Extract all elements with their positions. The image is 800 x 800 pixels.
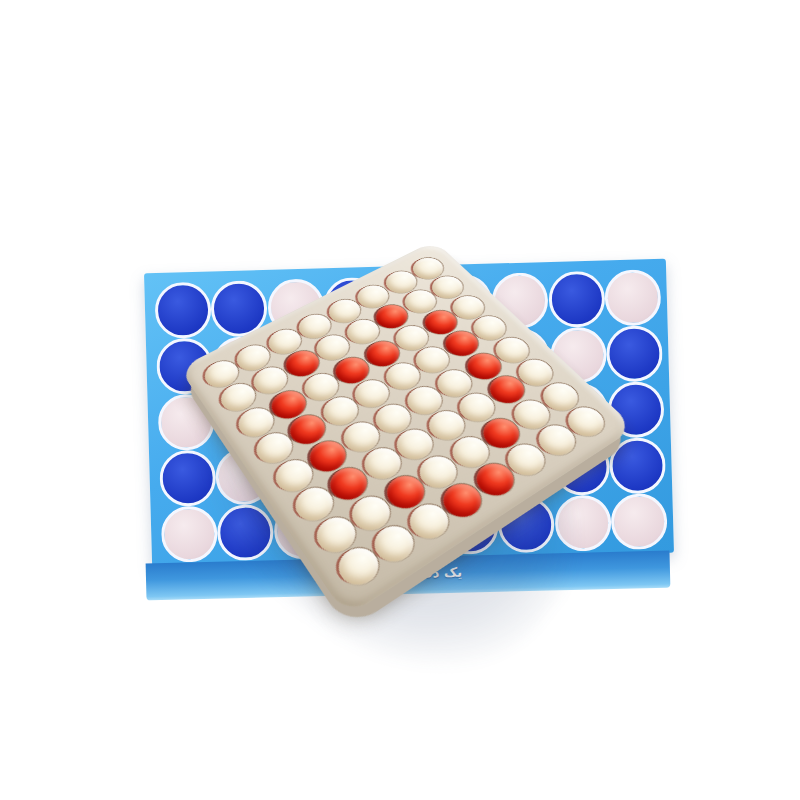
box-art-cell xyxy=(605,325,663,383)
box-blue-disc xyxy=(606,325,664,383)
box-blue-disc xyxy=(548,271,606,329)
box-pale-disc xyxy=(610,493,668,551)
box-art-cell xyxy=(604,269,662,327)
box-blue-disc xyxy=(154,281,212,339)
box-art-cell xyxy=(154,281,212,339)
box-art-cell xyxy=(610,493,668,551)
box-pale-disc xyxy=(161,505,219,563)
box-art-cell xyxy=(548,271,606,329)
product-photo: یک دقیقه برای یادگیری xyxy=(0,0,800,800)
box-pale-disc xyxy=(604,269,662,327)
box-art-cell xyxy=(161,505,219,563)
